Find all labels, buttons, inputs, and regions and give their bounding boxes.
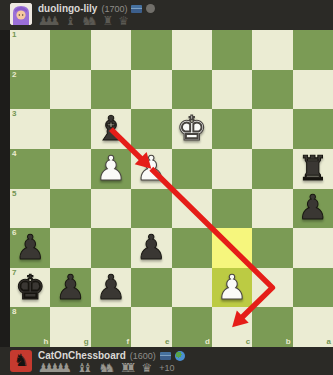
square-f3[interactable]: ♝ — [91, 109, 131, 149]
file-label-g: g — [84, 338, 89, 346]
square-d1[interactable] — [172, 30, 212, 70]
captured-piece-icon: ♟ — [61, 362, 72, 374]
captured-b-group: ♝ — [65, 15, 76, 27]
country-flag-icon — [160, 352, 171, 360]
captured-n-group: ♞♞ — [98, 362, 115, 374]
square-c5[interactable] — [212, 189, 252, 229]
square-c3[interactable] — [212, 109, 252, 149]
captured-q-group: ♛ — [118, 15, 129, 27]
piece-white-pawn[interactable]: ♟ — [96, 151, 126, 185]
square-b1[interactable] — [252, 30, 292, 70]
file-label-f: f — [126, 338, 129, 346]
captured-piece-icon: ♝ — [65, 15, 76, 27]
globe-icon — [175, 351, 185, 361]
square-f1[interactable] — [91, 30, 131, 70]
square-h3[interactable]: 3 — [10, 109, 50, 149]
top-player-avatar[interactable] — [10, 3, 32, 25]
captured-r-group: ♜ — [103, 15, 114, 27]
piece-black-pawn[interactable]: ♟ — [136, 230, 166, 264]
square-f8[interactable]: f — [91, 307, 131, 347]
file-label-b: b — [286, 338, 291, 346]
country-flag-icon — [131, 5, 142, 13]
captured-piece-icon: ♞ — [87, 15, 98, 27]
square-g3[interactable] — [50, 109, 90, 149]
square-g8[interactable]: g — [50, 307, 90, 347]
square-h5[interactable]: 5 — [10, 189, 50, 229]
square-f6[interactable] — [91, 228, 131, 268]
piece-white-king[interactable]: ♚ — [176, 111, 206, 145]
captured-piece-icon: ♟ — [50, 15, 61, 27]
square-g4[interactable] — [50, 149, 90, 189]
square-a5[interactable]: ♟ — [293, 189, 333, 229]
captured-n-group: ♞♞ — [81, 15, 98, 27]
square-b2[interactable] — [252, 70, 292, 110]
square-e2[interactable] — [131, 70, 171, 110]
captured-piece-icon: ♞ — [104, 362, 115, 374]
square-d4[interactable] — [172, 149, 212, 189]
square-g2[interactable] — [50, 70, 90, 110]
bottom-player-bar: ♞ CatOnChessboard (1600) ♟♟♟♟♟♝♝♞♞♜♜♛+10 — [0, 347, 333, 375]
square-e1[interactable] — [131, 30, 171, 70]
file-label-a: a — [327, 338, 331, 346]
square-e7[interactable] — [131, 268, 171, 308]
piece-black-pawn[interactable]: ♟ — [96, 270, 126, 304]
square-b7[interactable] — [252, 268, 292, 308]
square-f4[interactable]: ♟ — [91, 149, 131, 189]
square-c1[interactable] — [212, 30, 252, 70]
square-b8[interactable]: b — [252, 307, 292, 347]
square-d7[interactable] — [172, 268, 212, 308]
file-label-d: d — [205, 338, 210, 346]
membership-badge-icon — [146, 4, 155, 13]
piece-black-pawn[interactable]: ♟ — [55, 270, 85, 304]
square-e3[interactable] — [131, 109, 171, 149]
square-e8[interactable]: e — [131, 307, 171, 347]
captured-piece-icon: ♛ — [118, 15, 129, 27]
piece-black-pawn[interactable]: ♟ — [298, 190, 328, 224]
file-label-c: c — [246, 338, 250, 346]
square-h2[interactable]: 2 — [10, 70, 50, 110]
rank-label-5: 5 — [12, 190, 16, 198]
square-d8[interactable]: d — [172, 307, 212, 347]
top-player-name[interactable]: duolingo-lily — [38, 3, 97, 14]
captured-b-group: ♝♝ — [77, 362, 94, 374]
rank-label-8: 8 — [12, 308, 16, 316]
square-h7[interactable]: 7♚ — [10, 268, 50, 308]
piece-black-pawn[interactable]: ♟ — [15, 230, 45, 264]
square-a6[interactable] — [293, 228, 333, 268]
captured-piece-icon: ♜ — [103, 15, 114, 27]
bottom-player-name[interactable]: CatOnChessboard — [38, 350, 126, 361]
square-c7[interactable]: ♟ — [212, 268, 252, 308]
captured-piece-icon: ♝ — [83, 362, 94, 374]
square-d6[interactable] — [172, 228, 212, 268]
top-captured-pieces: ♟♟♟♝♞♞♜♛ — [38, 15, 129, 27]
square-b3[interactable] — [252, 109, 292, 149]
square-d5[interactable] — [172, 189, 212, 229]
square-h6[interactable]: 6♟ — [10, 228, 50, 268]
square-c4[interactable] — [212, 149, 252, 189]
captured-p-group: ♟♟♟♟♟ — [38, 362, 72, 374]
square-a8[interactable]: a — [293, 307, 333, 347]
captured-q-group: ♛ — [141, 362, 152, 374]
square-d2[interactable] — [172, 70, 212, 110]
square-a2[interactable] — [293, 70, 333, 110]
bottom-captured-pieces: ♟♟♟♟♟♝♝♞♞♜♜♛+10 — [38, 362, 174, 374]
bottom-player-avatar[interactable]: ♞ — [10, 350, 32, 372]
bottom-player-rating: (1600) — [130, 351, 156, 361]
rank-label-4: 4 — [12, 150, 16, 158]
square-f5[interactable] — [91, 189, 131, 229]
cat-avatar-icon: ♞ — [13, 352, 28, 369]
piece-white-pawn[interactable]: ♟ — [136, 151, 166, 185]
piece-white-pawn[interactable]: ♟ — [217, 270, 247, 304]
square-a3[interactable] — [293, 109, 333, 149]
square-a7[interactable] — [293, 268, 333, 308]
square-b6[interactable] — [252, 228, 292, 268]
square-h1[interactable]: 1 — [10, 30, 50, 70]
top-player-bar: duolingo-lily (1700) ♟♟♟♝♞♞♜♛ — [0, 0, 333, 30]
girl-avatar-icon — [10, 3, 32, 25]
captured-r-group: ♜♜ — [120, 362, 137, 374]
piece-black-rook[interactable]: ♜ — [298, 151, 328, 185]
rank-label-2: 2 — [12, 71, 16, 79]
square-g1[interactable] — [50, 30, 90, 70]
square-d3[interactable]: ♚ — [172, 109, 212, 149]
material-advantage: +10 — [159, 363, 174, 374]
square-c2[interactable] — [212, 70, 252, 110]
square-b5[interactable] — [252, 189, 292, 229]
piece-black-king[interactable]: ♚ — [15, 270, 45, 304]
captured-p-group: ♟♟♟ — [38, 15, 60, 27]
captured-piece-icon: ♜ — [126, 362, 137, 374]
square-h8[interactable]: 8h — [10, 307, 50, 347]
square-c6[interactable] — [212, 228, 252, 268]
rank-label-3: 3 — [12, 110, 16, 118]
file-label-h: h — [43, 338, 48, 346]
square-f7[interactable]: ♟ — [91, 268, 131, 308]
square-e6[interactable]: ♟ — [131, 228, 171, 268]
rank-label-1: 1 — [12, 31, 16, 39]
square-a1[interactable] — [293, 30, 333, 70]
piece-black-bishop[interactable]: ♝ — [96, 111, 126, 145]
square-f2[interactable] — [91, 70, 131, 110]
square-c8[interactable]: c — [212, 307, 252, 347]
top-player-rating: (1700) — [101, 4, 127, 14]
square-b4[interactable] — [252, 149, 292, 189]
square-g5[interactable] — [50, 189, 90, 229]
square-e4[interactable]: ♟ — [131, 149, 171, 189]
chess-board[interactable]: 123♝♚4♟♟♜5♟6♟♟7♚♟♟♟8hgfedcba — [10, 30, 333, 347]
square-a4[interactable]: ♜ — [293, 149, 333, 189]
file-label-e: e — [165, 338, 169, 346]
captured-piece-icon: ♛ — [141, 362, 152, 374]
square-h4[interactable]: 4 — [10, 149, 50, 189]
square-g7[interactable]: ♟ — [50, 268, 90, 308]
square-e5[interactable] — [131, 189, 171, 229]
square-g6[interactable] — [50, 228, 90, 268]
